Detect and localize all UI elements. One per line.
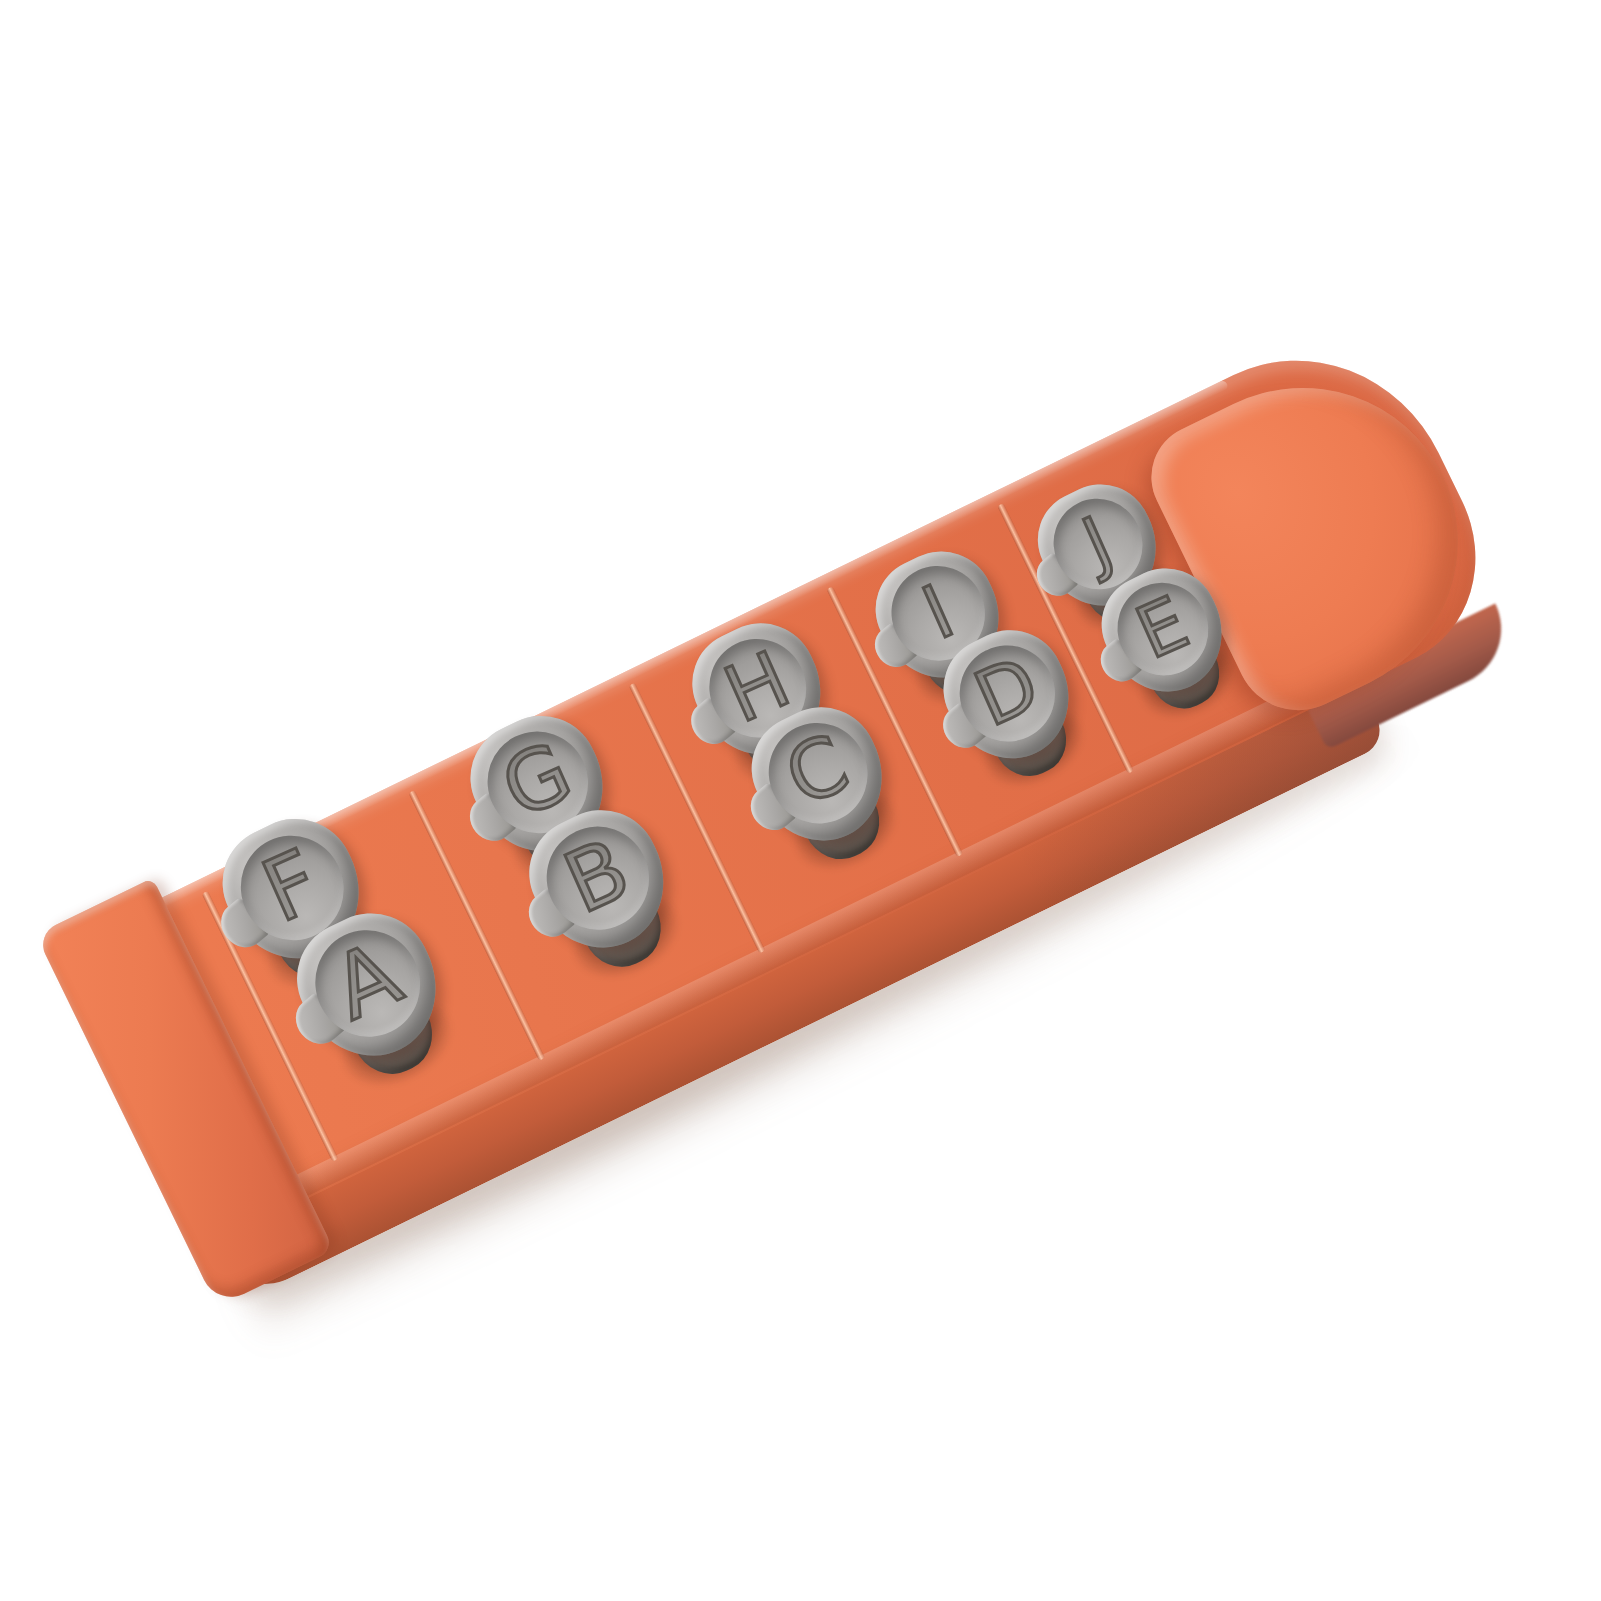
photo-canvas: F A G B H	[0, 0, 1601, 1601]
keypad-device: F A G B H	[56, 309, 1544, 1309]
